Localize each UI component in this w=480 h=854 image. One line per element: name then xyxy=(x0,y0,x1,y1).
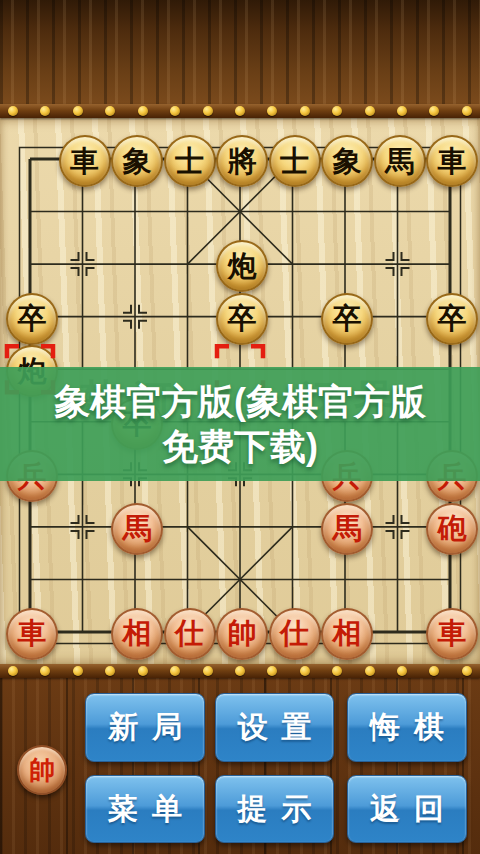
black-piece-象[interactable]: 象 xyxy=(111,135,163,187)
rivet-stud xyxy=(203,666,213,676)
settings-button[interactable]: 设置 xyxy=(215,693,334,762)
rivet-stud xyxy=(170,666,180,676)
black-piece-卒[interactable]: 卒 xyxy=(321,293,373,345)
top-rivet-rail xyxy=(0,104,480,118)
red-piece-馬[interactable]: 馬 xyxy=(111,503,163,555)
rivet-stud xyxy=(73,106,83,116)
black-piece-馬[interactable]: 馬 xyxy=(374,135,426,187)
black-piece-炮[interactable]: 炮 xyxy=(216,240,268,292)
rivet-stud xyxy=(300,106,310,116)
menu-button[interactable]: 菜单 xyxy=(85,775,205,843)
rivet-stud xyxy=(40,666,50,676)
black-piece-車[interactable]: 車 xyxy=(426,135,478,187)
rivet-stud xyxy=(397,666,407,676)
red-piece-仕[interactable]: 仕 xyxy=(164,608,216,660)
rivet-stud xyxy=(365,106,375,116)
rivet-stud xyxy=(170,106,180,116)
rivet-stud xyxy=(138,666,148,676)
red-piece-砲[interactable]: 砲 xyxy=(426,503,478,555)
red-piece-帥[interactable]: 帥 xyxy=(216,608,268,660)
rivet-stud xyxy=(8,106,18,116)
rivet-stud xyxy=(462,666,472,676)
black-piece-卒[interactable]: 卒 xyxy=(216,293,268,345)
overlay-title-line1: 象棋官方版(象棋官方版 xyxy=(54,381,426,422)
red-piece-相[interactable]: 相 xyxy=(111,608,163,660)
rivet-stud xyxy=(365,666,375,676)
rivet-stud xyxy=(203,106,213,116)
black-piece-卒[interactable]: 卒 xyxy=(6,293,58,345)
red-piece-仕[interactable]: 仕 xyxy=(269,608,321,660)
rivet-stud xyxy=(267,666,277,676)
back-button[interactable]: 返回 xyxy=(347,775,467,843)
red-piece-車[interactable]: 車 xyxy=(426,608,478,660)
red-piece-車[interactable]: 車 xyxy=(6,608,58,660)
undo-move-button[interactable]: 悔棋 xyxy=(347,693,467,762)
top-wood-frame xyxy=(0,0,480,104)
rivet-stud xyxy=(235,106,245,116)
rivet-stud xyxy=(40,106,50,116)
bottom-rivet-rail xyxy=(0,664,480,678)
black-piece-象[interactable]: 象 xyxy=(321,135,373,187)
rivet-stud xyxy=(429,666,439,676)
black-piece-車[interactable]: 車 xyxy=(59,135,111,187)
rivet-stud xyxy=(429,106,439,116)
rivet-stud xyxy=(332,666,342,676)
xiangqi-app-screen: 楚河 汉界 車象士將士象馬車炮卒卒卒卒炮卒兵兵兵馬馬砲車相仕帥仕相車 象棋官方版… xyxy=(0,0,480,854)
new-game-button[interactable]: 新局 xyxy=(85,693,205,762)
turn-indicator-general-icon: 帥 xyxy=(17,745,67,795)
rivet-stud xyxy=(235,666,245,676)
rivet-stud xyxy=(462,106,472,116)
red-piece-馬[interactable]: 馬 xyxy=(321,503,373,555)
hint-button[interactable]: 提示 xyxy=(215,775,334,843)
black-piece-士[interactable]: 士 xyxy=(269,135,321,187)
black-piece-將[interactable]: 將 xyxy=(216,135,268,187)
black-piece-卒[interactable]: 卒 xyxy=(426,293,478,345)
rivet-stud xyxy=(8,666,18,676)
title-overlay-banner: 象棋官方版(象棋官方版 免费下载) xyxy=(0,367,480,481)
black-piece-士[interactable]: 士 xyxy=(164,135,216,187)
overlay-title-line2: 免费下载) xyxy=(162,426,318,467)
rivet-stud xyxy=(105,666,115,676)
rivet-stud xyxy=(332,106,342,116)
rivet-stud xyxy=(105,106,115,116)
rivet-stud xyxy=(138,106,148,116)
red-piece-相[interactable]: 相 xyxy=(321,608,373,660)
rivet-stud xyxy=(73,666,83,676)
rivet-stud xyxy=(300,666,310,676)
rivet-stud xyxy=(267,106,277,116)
rivet-stud xyxy=(397,106,407,116)
